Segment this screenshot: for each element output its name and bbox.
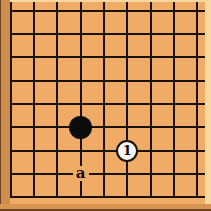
board-intersection[interactable]	[92, 46, 115, 69]
board-frame-right	[205, 0, 211, 211]
board-intersection[interactable]: 1	[116, 139, 139, 162]
go-grid: 1a	[0, 0, 209, 209]
board-intersection[interactable]	[139, 0, 162, 22]
board-intersection[interactable]	[92, 69, 115, 92]
board-intersection[interactable]	[139, 139, 162, 162]
board-intersection[interactable]	[92, 92, 115, 115]
board-intersection[interactable]: a	[69, 162, 92, 185]
board-intersection[interactable]	[46, 162, 69, 185]
board-intersection[interactable]	[46, 139, 69, 162]
board-intersection[interactable]	[162, 139, 185, 162]
board-intersection[interactable]	[162, 0, 185, 22]
board-intersection[interactable]	[92, 139, 115, 162]
board-intersection[interactable]	[162, 116, 185, 139]
board-intersection[interactable]	[22, 22, 45, 45]
board-intersection[interactable]	[22, 69, 45, 92]
board-intersection[interactable]	[162, 69, 185, 92]
board-intersection[interactable]	[22, 116, 45, 139]
board-intersection[interactable]	[139, 22, 162, 45]
board-intersection[interactable]	[46, 92, 69, 115]
board-intersection[interactable]	[116, 22, 139, 45]
board-intersection[interactable]	[116, 46, 139, 69]
board-intersection[interactable]	[46, 116, 69, 139]
board-intersection[interactable]	[69, 92, 92, 115]
board-intersection[interactable]	[69, 0, 92, 22]
point-label-a: a	[73, 166, 89, 181]
board-intersection[interactable]	[69, 46, 92, 69]
move-number: 1	[123, 144, 132, 157]
board-intersection[interactable]	[162, 162, 185, 185]
white-stone: 1	[116, 140, 138, 162]
board-intersection[interactable]	[46, 0, 69, 22]
board-intersection[interactable]	[116, 69, 139, 92]
board-intersection[interactable]	[139, 46, 162, 69]
board-frame-left	[0, 0, 10, 211]
go-board: 1a	[0, 0, 211, 211]
board-intersection[interactable]	[162, 22, 185, 45]
board-intersection[interactable]	[162, 92, 185, 115]
board-intersection[interactable]	[46, 22, 69, 45]
board-intersection[interactable]	[92, 116, 115, 139]
board-intersection[interactable]	[92, 22, 115, 45]
board-intersection[interactable]	[139, 162, 162, 185]
board-intersection[interactable]	[139, 92, 162, 115]
board-intersection[interactable]	[92, 162, 115, 185]
board-intersection[interactable]	[22, 46, 45, 69]
go-diagram: 1a	[0, 0, 211, 211]
board-intersection[interactable]	[139, 116, 162, 139]
board-intersection[interactable]	[22, 162, 45, 185]
board-intersection[interactable]	[116, 0, 139, 22]
board-intersection[interactable]	[22, 92, 45, 115]
board-intersection[interactable]	[139, 69, 162, 92]
board-intersection[interactable]	[69, 22, 92, 45]
board-intersection[interactable]	[116, 92, 139, 115]
board-frame-bottom	[0, 209, 211, 211]
board-intersection[interactable]	[46, 69, 69, 92]
board-intersection[interactable]	[46, 46, 69, 69]
board-intersection[interactable]	[22, 139, 45, 162]
board-intersection[interactable]	[69, 116, 92, 139]
black-stone	[69, 116, 92, 139]
board-intersection[interactable]	[92, 0, 115, 22]
board-intersection[interactable]	[69, 139, 92, 162]
board-intersection[interactable]	[116, 116, 139, 139]
board-intersection[interactable]	[116, 162, 139, 185]
board-intersection[interactable]	[69, 69, 92, 92]
board-frame-top	[0, 0, 211, 2]
board-intersection[interactable]	[22, 0, 45, 22]
board-intersection[interactable]	[162, 46, 185, 69]
